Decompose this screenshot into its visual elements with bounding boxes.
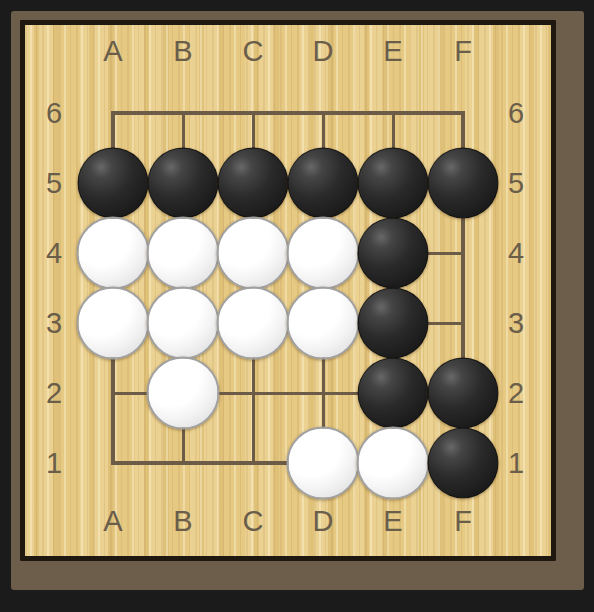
intersection-C1[interactable] [218,428,288,498]
stone-black-C5 [218,148,289,219]
row-label-left: 4 [46,239,62,268]
stone-black-F1 [428,428,499,499]
stone-black-E2 [358,358,429,429]
intersection-C6[interactable] [218,78,288,148]
row-label-right: 5 [508,169,524,198]
column-label-bottom: C [243,507,264,536]
intersection-D6[interactable] [288,78,358,148]
stone-white-D1 [287,427,360,500]
column-label-top: A [103,37,122,66]
column-label-top: C [243,37,264,66]
intersection-F4[interactable] [428,218,498,288]
row-label-right: 3 [508,309,524,338]
stone-black-E4 [358,218,429,289]
stone-white-D4 [287,217,360,290]
intersection-F6[interactable] [428,78,498,148]
intersection-F3[interactable] [428,288,498,358]
intersection-A2[interactable] [78,358,148,428]
column-label-bottom: D [313,507,334,536]
column-label-top: F [454,37,472,66]
row-label-right: 2 [508,379,524,408]
intersection-A6[interactable] [78,78,148,148]
intersection-C2[interactable] [218,358,288,428]
row-label-right: 1 [508,449,524,478]
stone-black-F5 [428,148,499,219]
intersection-A1[interactable] [78,428,148,498]
row-label-left: 5 [46,169,62,198]
row-label-right: 6 [508,99,524,128]
go-board[interactable]: AA66BB55CC44DD33EE22FF11 [20,20,556,561]
stone-white-D3 [287,287,360,360]
intersection-E6[interactable] [358,78,428,148]
column-label-bottom: E [383,507,402,536]
stone-black-B5 [148,148,219,219]
column-label-bottom: F [454,507,472,536]
stone-white-A3 [77,287,150,360]
column-label-bottom: B [173,507,192,536]
intersection-B1[interactable] [148,428,218,498]
column-label-top: B [173,37,192,66]
row-label-left: 6 [46,99,62,128]
intersection-D2[interactable] [288,358,358,428]
stone-white-B4 [147,217,220,290]
column-label-top: E [383,37,402,66]
stone-white-A4 [77,217,150,290]
stone-black-F2 [428,358,499,429]
stone-white-C3 [217,287,290,360]
intersection-B6[interactable] [148,78,218,148]
stone-black-E5 [358,148,429,219]
app-background: AA66BB55CC44DD33EE22FF11 [0,0,594,612]
row-label-left: 3 [46,309,62,338]
stone-white-E1 [357,427,430,500]
row-label-left: 1 [46,449,62,478]
stone-white-B2 [147,357,220,430]
stone-black-D5 [288,148,359,219]
column-label-bottom: A [103,507,122,536]
row-label-left: 2 [46,379,62,408]
stone-white-B3 [147,287,220,360]
stone-black-A5 [78,148,149,219]
stone-black-E3 [358,288,429,359]
stone-white-C4 [217,217,290,290]
row-label-right: 4 [508,239,524,268]
column-label-top: D [313,37,334,66]
